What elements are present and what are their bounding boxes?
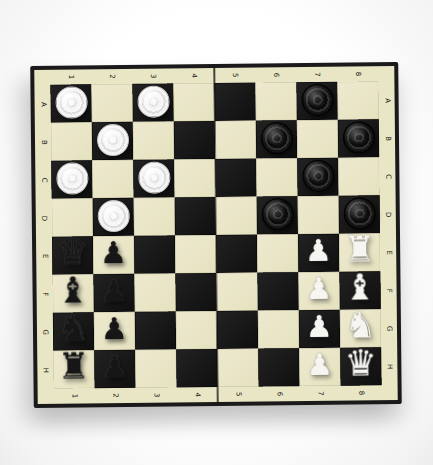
square-G7[interactable]: ♟ bbox=[299, 310, 340, 348]
square-E6[interactable] bbox=[257, 234, 298, 272]
square-A6[interactable] bbox=[255, 82, 296, 120]
coordinate-label: 6 bbox=[276, 392, 283, 397]
black-queen[interactable]: ♛ bbox=[56, 234, 89, 270]
rank-label-left-G: G bbox=[37, 313, 53, 351]
coordinate-label: 5 bbox=[231, 73, 238, 78]
coordinate-label: G bbox=[385, 325, 392, 331]
white-pawn[interactable]: ♟ bbox=[306, 350, 333, 380]
square-A3[interactable] bbox=[132, 83, 173, 121]
square-G6[interactable] bbox=[258, 310, 299, 348]
square-C1[interactable] bbox=[51, 160, 92, 198]
rank-label-right-D: D bbox=[380, 195, 396, 233]
black-checker-piece[interactable] bbox=[302, 159, 334, 191]
black-checker-piece[interactable] bbox=[301, 83, 333, 115]
square-D2[interactable] bbox=[93, 198, 134, 236]
square-B4[interactable] bbox=[174, 121, 215, 159]
rank-label-right-C: C bbox=[379, 157, 395, 195]
coordinate-label: E bbox=[41, 254, 48, 259]
coordinate-label: D bbox=[40, 215, 47, 220]
white-knight[interactable]: ♞ bbox=[344, 307, 377, 343]
chess-checkers-board: 12345678AABBCCDDE♛♟♟♜EF♝♟♟♝FG♞♟♟♞GH♜♟♟♛H… bbox=[30, 62, 402, 408]
board-border-corner bbox=[382, 385, 398, 400]
square-G2[interactable]: ♟ bbox=[94, 312, 135, 350]
square-F6[interactable] bbox=[257, 272, 298, 310]
square-C5[interactable] bbox=[215, 159, 256, 197]
file-label-bottom-2: 2 bbox=[95, 388, 136, 403]
coordinate-label: F bbox=[41, 292, 48, 296]
square-B5[interactable] bbox=[215, 121, 256, 159]
square-A8[interactable] bbox=[337, 81, 378, 119]
square-F3[interactable] bbox=[134, 273, 175, 311]
square-C4[interactable] bbox=[174, 159, 215, 197]
black-pawn[interactable]: ♟ bbox=[100, 276, 127, 306]
white-checker-piece[interactable] bbox=[56, 162, 88, 194]
file-label-bottom-7: 7 bbox=[300, 386, 341, 401]
square-D4[interactable] bbox=[175, 197, 216, 235]
board-border-corner bbox=[34, 70, 50, 85]
black-rook[interactable]: ♜ bbox=[58, 348, 91, 384]
square-H1[interactable]: ♜ bbox=[53, 350, 94, 388]
coordinate-label: G bbox=[41, 329, 48, 335]
rank-label-right-A: A bbox=[378, 81, 394, 119]
rank-label-left-D: D bbox=[36, 199, 52, 237]
photo-scene: 12345678AABBCCDDE♛♟♟♜EF♝♟♟♝FG♞♟♟♞GH♜♟♟♛H… bbox=[0, 0, 433, 465]
coordinate-label: A bbox=[383, 98, 390, 103]
rank-label-right-B: B bbox=[379, 119, 395, 157]
photo-background: { "game": "chess-and-checkers-combo-set"… bbox=[0, 0, 433, 465]
rank-label-right-H: H bbox=[381, 347, 397, 385]
rank-label-left-H: H bbox=[37, 351, 53, 389]
square-B3[interactable] bbox=[133, 121, 174, 159]
white-pawn[interactable]: ♟ bbox=[306, 312, 333, 342]
file-label-bottom-8: 8 bbox=[341, 385, 382, 400]
coordinate-label: 3 bbox=[149, 74, 156, 79]
square-H7[interactable]: ♟ bbox=[299, 348, 340, 386]
square-C8[interactable] bbox=[338, 157, 379, 195]
square-A1[interactable] bbox=[50, 84, 91, 122]
white-checker-piece[interactable] bbox=[138, 161, 170, 193]
rank-label-right-E: E bbox=[380, 233, 396, 271]
file-label-top-8: 8 bbox=[337, 66, 378, 81]
black-bishop[interactable]: ♝ bbox=[57, 272, 90, 308]
file-label-top-2: 2 bbox=[91, 69, 132, 84]
rank-label-left-E: E bbox=[36, 237, 52, 275]
rank-label-right-G: G bbox=[381, 309, 397, 347]
rank-label-left-A: A bbox=[34, 85, 50, 123]
coordinate-label: B bbox=[39, 139, 46, 144]
black-checker-piece[interactable] bbox=[342, 121, 374, 153]
coordinate-label: 4 bbox=[190, 73, 197, 78]
rank-label-left-C: C bbox=[35, 161, 51, 199]
file-label-top-6: 6 bbox=[255, 67, 296, 82]
square-B1[interactable] bbox=[51, 122, 92, 160]
black-knight[interactable]: ♞ bbox=[57, 310, 90, 346]
white-queen[interactable]: ♛ bbox=[345, 345, 378, 381]
square-F7[interactable]: ♟ bbox=[298, 272, 339, 310]
file-label-bottom-4: 4 bbox=[177, 387, 218, 402]
coordinate-label: 8 bbox=[358, 391, 365, 396]
coordinate-label: C bbox=[40, 177, 47, 182]
coordinate-label: H bbox=[42, 367, 49, 372]
coordinate-label: A bbox=[39, 101, 46, 106]
file-label-top-5: 5 bbox=[214, 68, 255, 83]
square-B6[interactable] bbox=[256, 120, 297, 158]
rank-label-left-F: F bbox=[36, 275, 52, 313]
square-A2[interactable] bbox=[91, 84, 132, 122]
square-F5[interactable] bbox=[216, 273, 257, 311]
rank-label-right-F: F bbox=[380, 271, 396, 309]
square-A7[interactable] bbox=[296, 82, 337, 120]
coordinate-label: 4 bbox=[194, 392, 201, 397]
rank-label-left-B: B bbox=[35, 123, 51, 161]
white-checker-piece[interactable] bbox=[137, 85, 169, 117]
square-B7[interactable] bbox=[297, 120, 338, 158]
square-E3[interactable] bbox=[134, 235, 175, 273]
white-bishop[interactable]: ♝ bbox=[344, 269, 377, 305]
coordinate-label: 3 bbox=[153, 393, 160, 398]
square-H8[interactable]: ♛ bbox=[340, 347, 381, 385]
square-D7[interactable] bbox=[298, 196, 339, 234]
square-B2[interactable] bbox=[92, 122, 133, 160]
square-E2[interactable]: ♟ bbox=[93, 236, 134, 274]
square-H4[interactable] bbox=[176, 349, 217, 387]
square-H2[interactable]: ♟ bbox=[94, 350, 135, 388]
square-F4[interactable] bbox=[175, 273, 216, 311]
square-D3[interactable] bbox=[134, 197, 175, 235]
black-checker-piece[interactable] bbox=[260, 122, 292, 154]
black-pawn[interactable]: ♟ bbox=[101, 314, 128, 344]
square-C7[interactable] bbox=[297, 158, 338, 196]
square-H5[interactable] bbox=[217, 349, 258, 387]
square-G5[interactable] bbox=[217, 311, 258, 349]
square-G4[interactable] bbox=[176, 311, 217, 349]
file-label-top-3: 3 bbox=[132, 68, 173, 83]
board-border-corner bbox=[38, 389, 54, 404]
coordinate-label: C bbox=[384, 174, 391, 179]
coordinate-label: 8 bbox=[354, 72, 361, 77]
square-H3[interactable] bbox=[135, 349, 176, 387]
coordinate-label: E bbox=[385, 250, 392, 255]
file-label-bottom-1: 1 bbox=[54, 388, 95, 403]
square-C2[interactable] bbox=[92, 160, 133, 198]
coordinate-label: 6 bbox=[272, 73, 279, 78]
square-H6[interactable] bbox=[258, 348, 299, 386]
square-A5[interactable] bbox=[214, 83, 255, 121]
black-checker-piece[interactable] bbox=[343, 197, 375, 229]
coordinate-label: D bbox=[384, 211, 391, 216]
white-pawn[interactable]: ♟ bbox=[305, 236, 332, 266]
coordinate-label: H bbox=[386, 364, 393, 369]
square-A4[interactable] bbox=[173, 83, 214, 121]
square-C6[interactable] bbox=[256, 158, 297, 196]
square-D6[interactable] bbox=[257, 196, 298, 234]
coordinate-label: 2 bbox=[112, 393, 119, 398]
square-B8[interactable] bbox=[338, 119, 379, 157]
white-checker-piece[interactable] bbox=[97, 199, 129, 231]
coordinate-label: 2 bbox=[108, 74, 115, 79]
file-label-top-4: 4 bbox=[173, 68, 214, 83]
file-label-bottom-5: 5 bbox=[218, 387, 259, 402]
square-G3[interactable] bbox=[135, 311, 176, 349]
coordinate-label: B bbox=[383, 136, 390, 141]
file-label-bottom-6: 6 bbox=[259, 386, 300, 401]
coordinate-label: 7 bbox=[317, 391, 324, 396]
square-E7[interactable]: ♟ bbox=[298, 234, 339, 272]
square-E4[interactable] bbox=[175, 235, 216, 273]
file-label-top-1: 1 bbox=[50, 69, 91, 84]
coordinate-label: F bbox=[385, 288, 392, 292]
coordinate-label: 5 bbox=[235, 392, 242, 397]
white-checker-piece[interactable] bbox=[55, 86, 87, 118]
file-label-top-7: 7 bbox=[296, 67, 337, 82]
white-checker-piece[interactable] bbox=[96, 123, 128, 155]
black-pawn[interactable]: ♟ bbox=[100, 238, 127, 268]
coordinate-label: 1 bbox=[67, 75, 74, 80]
square-E5[interactable] bbox=[216, 235, 257, 273]
square-C3[interactable] bbox=[133, 159, 174, 197]
white-rook[interactable]: ♜ bbox=[343, 231, 376, 267]
black-pawn[interactable]: ♟ bbox=[101, 352, 128, 382]
coordinate-label: 7 bbox=[313, 72, 320, 77]
black-checker-piece[interactable] bbox=[261, 198, 293, 230]
square-F2[interactable]: ♟ bbox=[93, 274, 134, 312]
square-D5[interactable] bbox=[216, 197, 257, 235]
board-border-corner bbox=[378, 66, 394, 81]
file-label-bottom-3: 3 bbox=[136, 387, 177, 402]
white-pawn[interactable]: ♟ bbox=[305, 274, 332, 304]
coordinate-label: 1 bbox=[71, 394, 78, 399]
